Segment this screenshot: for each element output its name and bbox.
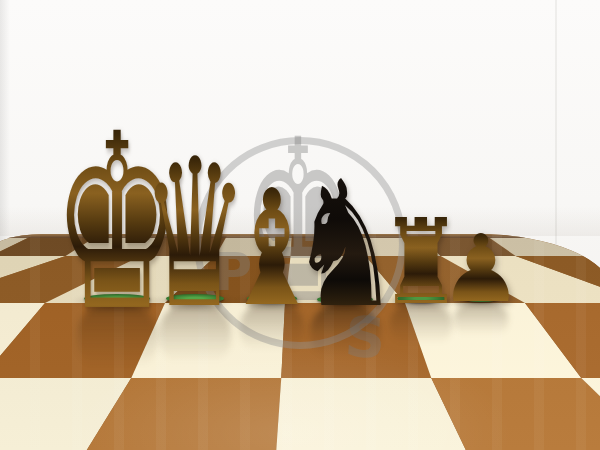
chess-piece-pawn: ♟: [331, 223, 600, 316]
product-photo-scene: ♚ P S ♚ ♛ ♝ ♞ ♜ ♟: [0, 0, 600, 450]
pawn-glyph: ♟: [439, 223, 522, 316]
